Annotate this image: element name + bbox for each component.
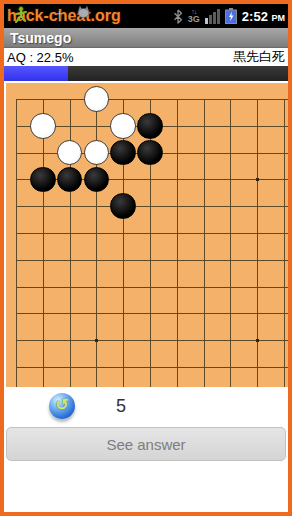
board-intersection[interactable]	[163, 300, 190, 327]
board-intersection[interactable]	[137, 273, 164, 300]
black-stone	[57, 167, 83, 193]
board-intersection[interactable]	[244, 193, 271, 220]
board-intersection[interactable]	[217, 246, 244, 273]
board-intersection[interactable]	[244, 166, 271, 193]
board-intersection[interactable]	[244, 354, 271, 381]
board-intersection[interactable]	[163, 246, 190, 273]
move-counter: 5	[116, 396, 126, 417]
board-intersection[interactable]	[29, 327, 56, 354]
undo-arrow-icon: ↺	[55, 397, 68, 413]
board-intersection[interactable]	[190, 246, 217, 273]
watermark: hack-cheat.org †	[7, 4, 121, 28]
black-stone	[84, 167, 110, 193]
board-intersection[interactable]	[137, 300, 164, 327]
board-intersection[interactable]	[56, 246, 83, 273]
board-intersection[interactable]	[217, 220, 244, 247]
runner-icon	[14, 6, 28, 23]
mobile-data-3g-icon: ↑↓ 3G	[188, 8, 200, 24]
board-intersection[interactable]	[217, 300, 244, 327]
board-intersection[interactable]	[29, 112, 56, 139]
board-intersection[interactable]	[110, 166, 137, 193]
board-intersection[interactable]	[271, 86, 288, 113]
board-intersection[interactable]	[163, 112, 190, 139]
board-intersection[interactable]	[190, 273, 217, 300]
board-intersection[interactable]	[29, 139, 56, 166]
board-intersection[interactable]	[163, 193, 190, 220]
battery-charging-icon	[225, 8, 237, 24]
board-intersection[interactable]	[163, 166, 190, 193]
board-intersection[interactable]	[190, 166, 217, 193]
board-intersection[interactable]	[110, 354, 137, 381]
board-intersection[interactable]	[190, 193, 217, 220]
board-intersection[interactable]	[56, 112, 83, 139]
board-intersection[interactable]	[137, 246, 164, 273]
board-intersection[interactable]	[271, 327, 288, 354]
status-icons: ↑↓ 3G 2:52 PM	[173, 8, 285, 24]
board-intersection[interactable]	[29, 86, 56, 113]
black-stone	[137, 113, 163, 139]
board-intersection[interactable]	[137, 112, 164, 139]
white-stone	[84, 86, 110, 112]
board-intersection[interactable]	[244, 246, 271, 273]
undo-button[interactable]: ↺	[49, 393, 75, 419]
board-intersection[interactable]	[190, 86, 217, 113]
problem-task-label: 黒先白死	[233, 48, 285, 66]
board-intersection[interactable]	[29, 193, 56, 220]
board-intersection[interactable]	[56, 354, 83, 381]
clock: 2:52 PM	[242, 9, 285, 24]
board-intersection[interactable]	[83, 166, 110, 193]
board-intersection[interactable]	[29, 273, 56, 300]
board-intersection[interactable]	[217, 139, 244, 166]
board-intersection[interactable]	[244, 327, 271, 354]
black-stone	[110, 193, 136, 219]
board-intersection[interactable]	[110, 193, 137, 220]
bluetooth-icon	[173, 9, 183, 24]
board-intersection[interactable]	[6, 300, 29, 327]
title-bar: Tsumego	[4, 28, 288, 48]
board-intersection[interactable]	[271, 166, 288, 193]
board-intersection[interactable]	[56, 86, 83, 113]
app-title: Tsumego	[10, 30, 71, 46]
progress-label: AQ : 22.5%	[7, 50, 73, 65]
board-intersection[interactable]	[137, 193, 164, 220]
board-intersection[interactable]	[163, 354, 190, 381]
black-stone	[137, 140, 163, 166]
board-intersection[interactable]	[110, 220, 137, 247]
board-intersection[interactable]	[137, 327, 164, 354]
board-intersection[interactable]	[244, 139, 271, 166]
star-point	[95, 339, 98, 342]
app-screen: hack-cheat.org † ↑↓ 3G	[0, 0, 292, 516]
board-intersection[interactable]	[6, 86, 29, 113]
see-answer-button[interactable]: See answer	[6, 427, 286, 461]
board-intersection[interactable]	[56, 166, 83, 193]
board-intersection[interactable]	[83, 273, 110, 300]
board-intersection[interactable]	[271, 112, 288, 139]
board-intersection[interactable]	[217, 112, 244, 139]
board-intersection[interactable]	[137, 354, 164, 381]
white-stone	[110, 113, 136, 139]
progress-fill	[4, 66, 68, 81]
board-intersection[interactable]	[6, 220, 29, 247]
board-intersection[interactable]	[271, 273, 288, 300]
board-intersection[interactable]	[6, 354, 29, 381]
board-intersection[interactable]	[271, 139, 288, 166]
board-intersection[interactable]	[29, 220, 56, 247]
info-bar: AQ : 22.5% 黒先白死	[4, 48, 288, 66]
board-intersection[interactable]	[110, 139, 137, 166]
board-intersection[interactable]	[271, 220, 288, 247]
board-intersection[interactable]	[6, 273, 29, 300]
board-intersection[interactable]	[271, 354, 288, 381]
board-intersection[interactable]	[217, 86, 244, 113]
board-intersection[interactable]	[271, 246, 288, 273]
board-intersection[interactable]	[29, 166, 56, 193]
board-intersection[interactable]	[271, 193, 288, 220]
board-intersection[interactable]	[190, 139, 217, 166]
board-intersection[interactable]	[6, 139, 29, 166]
board-intersection[interactable]	[110, 86, 137, 113]
star-point	[256, 178, 259, 181]
board-intersection[interactable]	[6, 193, 29, 220]
board-intersection[interactable]	[56, 300, 83, 327]
board-intersection[interactable]	[271, 300, 288, 327]
board-intersection[interactable]	[244, 112, 271, 139]
star-point	[256, 339, 259, 342]
board-intersection[interactable]	[244, 273, 271, 300]
black-stone	[30, 167, 56, 193]
black-stone	[110, 140, 136, 166]
board-intersection[interactable]	[110, 300, 137, 327]
dagger-icon: †	[56, 8, 63, 23]
go-board[interactable]	[6, 83, 288, 387]
board-intersection[interactable]	[190, 220, 217, 247]
signal-strength-icon	[205, 9, 220, 24]
board-intersection[interactable]	[217, 166, 244, 193]
board-intersection[interactable]	[110, 327, 137, 354]
board-intersection[interactable]	[56, 193, 83, 220]
progress-bar	[4, 66, 288, 81]
board-intersection[interactable]	[137, 139, 164, 166]
board-intersection[interactable]	[6, 327, 29, 354]
board-intersection[interactable]	[29, 354, 56, 381]
control-panel: ↺ 5 See answer	[4, 387, 288, 512]
board-grid	[6, 86, 288, 381]
board-intersection[interactable]	[83, 327, 110, 354]
board-intersection[interactable]	[163, 139, 190, 166]
white-stone	[84, 140, 110, 166]
white-stone	[57, 140, 83, 166]
board-intersection[interactable]	[83, 220, 110, 247]
board-intersection[interactable]	[83, 300, 110, 327]
board-intersection[interactable]	[110, 112, 137, 139]
board-intersection[interactable]	[244, 86, 271, 113]
board-intersection[interactable]	[6, 166, 29, 193]
board-intersection[interactable]	[83, 139, 110, 166]
board-intersection[interactable]	[137, 220, 164, 247]
board-intersection[interactable]	[56, 220, 83, 247]
board-intersection[interactable]	[217, 273, 244, 300]
board-intersection[interactable]	[6, 112, 29, 139]
board-intersection[interactable]	[83, 354, 110, 381]
cat-icon	[77, 6, 90, 18]
board-intersection[interactable]	[163, 220, 190, 247]
board-intersection[interactable]	[190, 327, 217, 354]
board-intersection[interactable]	[190, 300, 217, 327]
board-intersection[interactable]	[83, 112, 110, 139]
board-intersection[interactable]	[190, 112, 217, 139]
board-intersection[interactable]	[29, 300, 56, 327]
board-intersection[interactable]	[163, 273, 190, 300]
white-stone	[30, 113, 56, 139]
board-intersection[interactable]	[137, 166, 164, 193]
board-intersection[interactable]	[6, 246, 29, 273]
status-bar: hack-cheat.org † ↑↓ 3G	[4, 4, 288, 28]
board-intersection[interactable]	[83, 246, 110, 273]
board-intersection[interactable]	[163, 86, 190, 113]
board-intersection[interactable]	[217, 327, 244, 354]
board-intersection[interactable]	[137, 86, 164, 113]
board-intersection[interactable]	[163, 327, 190, 354]
board-intersection[interactable]	[244, 220, 271, 247]
board-intersection[interactable]	[56, 139, 83, 166]
board-intersection[interactable]	[83, 86, 110, 113]
board-intersection[interactable]	[56, 327, 83, 354]
board-intersection[interactable]	[29, 246, 56, 273]
board-intersection[interactable]	[110, 246, 137, 273]
board-intersection[interactable]	[110, 273, 137, 300]
board-intersection[interactable]	[217, 193, 244, 220]
board-intersection[interactable]	[83, 193, 110, 220]
board-intersection[interactable]	[217, 354, 244, 381]
board-intersection[interactable]	[56, 273, 83, 300]
board-intersection[interactable]	[244, 300, 271, 327]
board-intersection[interactable]	[190, 354, 217, 381]
